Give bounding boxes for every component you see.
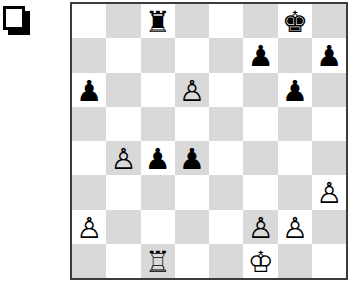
square-f6[interactable]: [243, 73, 277, 107]
square-c6[interactable]: [141, 73, 175, 107]
black-pawn[interactable]: ♟: [179, 142, 205, 176]
square-e1[interactable]: [209, 244, 243, 278]
square-g6[interactable]: ♟: [278, 73, 312, 107]
square-e6[interactable]: [209, 73, 243, 107]
white-pawn[interactable]: ♙: [179, 73, 205, 107]
square-g7[interactable]: [278, 38, 312, 72]
square-e7[interactable]: [209, 38, 243, 72]
black-pawn[interactable]: ♟: [76, 73, 102, 107]
square-f7[interactable]: ♟: [243, 38, 277, 72]
square-h4[interactable]: [312, 141, 346, 175]
square-g5[interactable]: [278, 107, 312, 141]
square-a6[interactable]: ♟: [72, 73, 106, 107]
square-b4[interactable]: ♙: [106, 141, 140, 175]
square-a3[interactable]: [72, 175, 106, 209]
white-pawn[interactable]: ♙: [282, 210, 308, 244]
square-b3[interactable]: [106, 175, 140, 209]
black-pawn[interactable]: ♟: [282, 73, 308, 107]
square-e8[interactable]: [209, 4, 243, 38]
square-h8[interactable]: [312, 4, 346, 38]
square-b1[interactable]: [106, 244, 140, 278]
square-d2[interactable]: [175, 210, 209, 244]
square-g2[interactable]: ♙: [278, 210, 312, 244]
white-pawn[interactable]: ♙: [248, 210, 274, 244]
square-d1[interactable]: [175, 244, 209, 278]
square-d6[interactable]: ♙: [175, 73, 209, 107]
square-g3[interactable]: [278, 175, 312, 209]
square-c3[interactable]: [141, 175, 175, 209]
square-a4[interactable]: [72, 141, 106, 175]
square-c4[interactable]: ♟: [141, 141, 175, 175]
black-rook[interactable]: ♜: [145, 5, 171, 39]
square-g1[interactable]: [278, 244, 312, 278]
square-e3[interactable]: [209, 175, 243, 209]
square-c1[interactable]: ♖: [141, 244, 175, 278]
black-pawn[interactable]: ♟: [145, 142, 171, 176]
square-f3[interactable]: [243, 175, 277, 209]
white-pawn[interactable]: ♙: [316, 176, 342, 210]
square-h2[interactable]: [312, 210, 346, 244]
black-pawn[interactable]: ♟: [316, 39, 342, 73]
white-pawn[interactable]: ♙: [110, 142, 136, 176]
square-h7[interactable]: ♟: [312, 38, 346, 72]
square-c5[interactable]: [141, 107, 175, 141]
square-c8[interactable]: ♜: [141, 4, 175, 38]
square-b5[interactable]: [106, 107, 140, 141]
square-f1[interactable]: ♔: [243, 244, 277, 278]
square-f2[interactable]: ♙: [243, 210, 277, 244]
square-e4[interactable]: [209, 141, 243, 175]
square-g8[interactable]: ♚: [278, 4, 312, 38]
square-e5[interactable]: [209, 107, 243, 141]
square-g4[interactable]: [278, 141, 312, 175]
square-d8[interactable]: [175, 4, 209, 38]
square-f4[interactable]: [243, 141, 277, 175]
black-pawn[interactable]: ♟: [248, 39, 274, 73]
chess-diagram: ♜♚♟♟♟♙♟♙♟♟♙♙♙♙♖♔: [0, 0, 350, 283]
square-h3[interactable]: ♙: [312, 175, 346, 209]
black-king[interactable]: ♚: [282, 5, 308, 39]
square-f5[interactable]: [243, 107, 277, 141]
square-a8[interactable]: [72, 4, 106, 38]
square-b2[interactable]: [106, 210, 140, 244]
white-to-move-indicator: [3, 6, 25, 30]
square-a2[interactable]: ♙: [72, 210, 106, 244]
square-c7[interactable]: [141, 38, 175, 72]
square-h6[interactable]: [312, 73, 346, 107]
square-a5[interactable]: [72, 107, 106, 141]
square-d7[interactable]: [175, 38, 209, 72]
square-h1[interactable]: [312, 244, 346, 278]
square-b7[interactable]: [106, 38, 140, 72]
white-pawn[interactable]: ♙: [76, 210, 102, 244]
square-a7[interactable]: [72, 38, 106, 72]
square-h5[interactable]: [312, 107, 346, 141]
white-king[interactable]: ♔: [248, 245, 274, 279]
square-b8[interactable]: [106, 4, 140, 38]
square-c2[interactable]: [141, 210, 175, 244]
white-rook[interactable]: ♖: [145, 245, 171, 279]
square-b6[interactable]: [106, 73, 140, 107]
square-a1[interactable]: [72, 244, 106, 278]
square-f8[interactable]: [243, 4, 277, 38]
square-e2[interactable]: [209, 210, 243, 244]
square-d4[interactable]: ♟: [175, 141, 209, 175]
square-d5[interactable]: [175, 107, 209, 141]
chess-board: ♜♚♟♟♟♙♟♙♟♟♙♙♙♙♖♔: [70, 2, 348, 280]
square-d3[interactable]: [175, 175, 209, 209]
